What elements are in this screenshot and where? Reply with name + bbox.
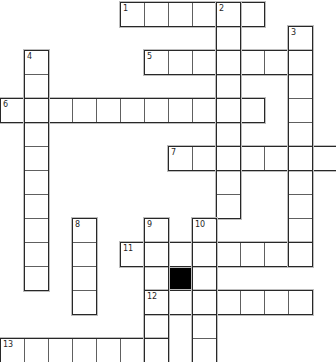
cell-r9-c8[interactable] — [192, 218, 217, 243]
cell-r14-c8[interactable] — [192, 338, 217, 362]
cell-r7-c12[interactable] — [288, 170, 313, 195]
cell-r4-c3[interactable] — [72, 98, 97, 123]
cell-r2-c7[interactable] — [168, 50, 193, 75]
cell-r7-c1[interactable] — [24, 170, 49, 195]
cell-r14-c2[interactable] — [48, 338, 73, 362]
cell-r9-c12[interactable] — [288, 218, 313, 243]
cell-r4-c4[interactable] — [96, 98, 121, 123]
cell-r10-c10[interactable] — [240, 242, 265, 267]
cell-r3-c1[interactable] — [24, 74, 49, 99]
cell-r12-c10[interactable] — [240, 290, 265, 315]
cell-r5-c12[interactable] — [288, 122, 313, 147]
cell-r13-c6[interactable] — [144, 314, 169, 339]
cell-r7-c9[interactable] — [216, 170, 241, 195]
cell-r0-c10[interactable] — [240, 2, 265, 27]
cell-r6-c12[interactable] — [288, 146, 313, 171]
cell-r9-c6[interactable] — [144, 218, 169, 243]
cell-r6-c8[interactable] — [192, 146, 217, 171]
cell-r14-c5[interactable] — [120, 338, 145, 362]
cell-r4-c7[interactable] — [168, 98, 193, 123]
crossword-board: 12345678910111213 — [0, 0, 336, 362]
cell-r3-c12[interactable] — [288, 74, 313, 99]
cell-r4-c12[interactable] — [288, 98, 313, 123]
cell-r14-c6[interactable] — [144, 338, 169, 362]
cell-r2-c1[interactable] — [24, 50, 49, 75]
cell-r2-c10[interactable] — [240, 50, 265, 75]
cell-r2-c8[interactable] — [192, 50, 217, 75]
cell-r0-c6[interactable] — [144, 2, 169, 27]
cell-r6-c9[interactable] — [216, 146, 241, 171]
cell-r4-c2[interactable] — [48, 98, 73, 123]
cell-r9-c3[interactable] — [72, 218, 97, 243]
cell-r2-c9[interactable] — [216, 50, 241, 75]
cell-r4-c1[interactable] — [24, 98, 49, 123]
cell-r13-c8[interactable] — [192, 314, 217, 339]
cell-r0-c5[interactable] — [120, 2, 145, 27]
cell-r10-c11[interactable] — [264, 242, 289, 267]
cell-r6-c1[interactable] — [24, 146, 49, 171]
cell-r8-c12[interactable] — [288, 194, 313, 219]
cell-r14-c1[interactable] — [24, 338, 49, 362]
cell-r12-c7[interactable] — [168, 290, 193, 315]
cell-r4-c10[interactable] — [240, 98, 265, 123]
cell-r0-c9[interactable] — [216, 2, 241, 27]
cell-r5-c9[interactable] — [216, 122, 241, 147]
cell-r12-c3[interactable] — [72, 290, 97, 315]
cell-r8-c9[interactable] — [216, 194, 241, 219]
cell-r11-c1[interactable] — [24, 266, 49, 291]
cell-r2-c6[interactable] — [144, 50, 169, 75]
cell-r14-c0[interactable] — [0, 338, 25, 362]
cell-r10-c9[interactable] — [216, 242, 241, 267]
cell-r10-c12[interactable] — [288, 242, 313, 267]
cell-r12-c8[interactable] — [192, 290, 217, 315]
cell-r3-c9[interactable] — [216, 74, 241, 99]
cell-r10-c8[interactable] — [192, 242, 217, 267]
cell-r12-c11[interactable] — [264, 290, 289, 315]
cell-r2-c11[interactable] — [264, 50, 289, 75]
cell-r4-c0[interactable] — [0, 98, 25, 123]
cell-r4-c9[interactable] — [216, 98, 241, 123]
cell-r4-c5[interactable] — [120, 98, 145, 123]
cell-r9-c1[interactable] — [24, 218, 49, 243]
cell-r6-c11[interactable] — [264, 146, 289, 171]
cell-r12-c6[interactable] — [144, 290, 169, 315]
cell-r0-c8[interactable] — [192, 2, 217, 27]
cell-r1-c12[interactable] — [288, 26, 313, 51]
cell-r14-c4[interactable] — [96, 338, 121, 362]
cell-r4-c6[interactable] — [144, 98, 169, 123]
cell-r10-c6[interactable] — [144, 242, 169, 267]
cell-r10-c3[interactable] — [72, 242, 97, 267]
blocked-cell — [168, 266, 193, 291]
cell-r6-c10[interactable] — [240, 146, 265, 171]
cell-r11-c8[interactable] — [192, 266, 217, 291]
cell-r12-c12[interactable] — [288, 290, 313, 315]
cell-r12-c9[interactable] — [216, 290, 241, 315]
cell-r6-c13[interactable] — [312, 146, 336, 171]
cell-r4-c8[interactable] — [192, 98, 217, 123]
cell-r14-c3[interactable] — [72, 338, 97, 362]
cell-r10-c1[interactable] — [24, 242, 49, 267]
cell-r11-c6[interactable] — [144, 266, 169, 291]
cell-r5-c1[interactable] — [24, 122, 49, 147]
cell-r10-c7[interactable] — [168, 242, 193, 267]
cell-r10-c5[interactable] — [120, 242, 145, 267]
cell-r1-c9[interactable] — [216, 26, 241, 51]
cell-r6-c7[interactable] — [168, 146, 193, 171]
cell-r11-c3[interactable] — [72, 266, 97, 291]
cell-r8-c1[interactable] — [24, 194, 49, 219]
cell-r2-c12[interactable] — [288, 50, 313, 75]
cell-r0-c7[interactable] — [168, 2, 193, 27]
